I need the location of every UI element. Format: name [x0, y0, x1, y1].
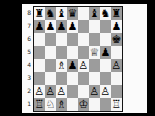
square-h5[interactable]: [111, 46, 122, 59]
black-pawn: ♟: [67, 59, 78, 72]
square-h6[interactable]: ♚: [111, 33, 122, 46]
square-f4[interactable]: [89, 59, 100, 72]
rank-label-8: 8: [24, 6, 33, 19]
rank-label-6: 6: [24, 32, 33, 45]
square-e7[interactable]: [78, 20, 89, 33]
black-king: ♚: [111, 33, 122, 46]
square-b2[interactable]: ♙: [45, 85, 56, 98]
rank-label-3: 3: [24, 71, 33, 84]
square-h8[interactable]: ♜: [111, 7, 122, 20]
white-pawn: ♙: [34, 85, 45, 98]
black-pawn: ♟: [111, 20, 122, 33]
square-c5[interactable]: [56, 46, 67, 59]
rank-label-1: 1: [24, 97, 33, 110]
square-d7[interactable]: ♟: [67, 20, 78, 33]
white-rook: ♖: [111, 98, 122, 111]
square-c2[interactable]: ♙: [56, 85, 67, 98]
square-a3[interactable]: [34, 72, 45, 85]
black-rook: ♜: [34, 7, 45, 20]
square-e8[interactable]: [78, 7, 89, 20]
black-pawn: ♟: [100, 46, 111, 59]
white-pawn: ♙: [89, 85, 100, 98]
square-d8[interactable]: ♛: [67, 7, 78, 20]
square-c7[interactable]: ♟: [56, 20, 67, 33]
black-knight: ♞: [45, 7, 56, 20]
chess-diagram: 8 7 6 5 4 3 2 1 ♜♞♝♛♝♞♜♟♟♟♟♟♚♕♟♗♟♙♙♙♙♙♙♙…: [24, 6, 123, 112]
square-d5[interactable]: [67, 46, 78, 59]
square-g1[interactable]: [100, 98, 111, 111]
black-bishop: ♝: [89, 7, 100, 20]
diagram-panel: 8 7 6 5 4 3 2 1 ♜♞♝♛♝♞♜♟♟♟♟♟♚♕♟♗♟♙♙♙♙♙♙♙…: [22, 4, 147, 113]
square-a2[interactable]: ♙: [34, 85, 45, 98]
white-pawn: ♙: [100, 85, 111, 98]
black-pawn: ♟: [56, 20, 67, 33]
square-g2[interactable]: ♙: [100, 85, 111, 98]
square-d1[interactable]: [67, 98, 78, 111]
square-h7[interactable]: ♟: [111, 20, 122, 33]
square-b4[interactable]: [45, 59, 56, 72]
square-d2[interactable]: [67, 85, 78, 98]
white-pawn: ♙: [45, 85, 56, 98]
square-b6[interactable]: [45, 33, 56, 46]
square-f6[interactable]: [89, 33, 100, 46]
rank-labels-column: 8 7 6 5 4 3 2 1: [24, 6, 33, 112]
white-pawn: ♙: [78, 59, 89, 72]
black-queen: ♛: [67, 7, 78, 20]
square-h4[interactable]: ♙: [111, 59, 122, 72]
square-c4[interactable]: ♗: [56, 59, 67, 72]
white-bishop: ♗: [56, 98, 67, 111]
square-g6[interactable]: [100, 33, 111, 46]
square-a5[interactable]: [34, 46, 45, 59]
square-g8[interactable]: ♞: [100, 7, 111, 20]
square-e6[interactable]: [78, 33, 89, 46]
square-b3[interactable]: [45, 72, 56, 85]
square-a6[interactable]: [34, 33, 45, 46]
square-g3[interactable]: [100, 72, 111, 85]
square-b1[interactable]: ♘: [45, 98, 56, 111]
square-h2[interactable]: [111, 85, 122, 98]
black-pawn: ♟: [67, 20, 78, 33]
square-f5[interactable]: ♕: [89, 46, 100, 59]
white-bishop: ♗: [56, 59, 67, 72]
square-h3[interactable]: [111, 72, 122, 85]
square-a8[interactable]: ♜: [34, 7, 45, 20]
square-c8[interactable]: ♝: [56, 7, 67, 20]
square-c3[interactable]: [56, 72, 67, 85]
white-pawn: ♙: [111, 59, 122, 72]
rank-label-7: 7: [24, 19, 33, 32]
square-e5[interactable]: [78, 46, 89, 59]
rank-label-4: 4: [24, 58, 33, 71]
square-f3[interactable]: [89, 72, 100, 85]
square-d4[interactable]: ♟: [67, 59, 78, 72]
white-knight: ♘: [45, 98, 56, 111]
black-pawn: ♟: [45, 20, 56, 33]
square-a7[interactable]: ♟: [34, 20, 45, 33]
black-knight: ♞: [100, 7, 111, 20]
square-e1[interactable]: ♔: [78, 98, 89, 111]
black-pawn: ♟: [34, 20, 45, 33]
rank-label-5: 5: [24, 45, 33, 58]
square-e4[interactable]: ♙: [78, 59, 89, 72]
white-queen: ♕: [89, 46, 100, 59]
square-g4[interactable]: [100, 59, 111, 72]
square-h1[interactable]: ♖: [111, 98, 122, 111]
square-c1[interactable]: ♗: [56, 98, 67, 111]
square-g7[interactable]: [100, 20, 111, 33]
square-d3[interactable]: [67, 72, 78, 85]
square-b5[interactable]: [45, 46, 56, 59]
square-g5[interactable]: ♟: [100, 46, 111, 59]
white-king: ♔: [78, 98, 89, 111]
square-f2[interactable]: ♙: [89, 85, 100, 98]
white-pawn: ♙: [56, 85, 67, 98]
square-b7[interactable]: ♟: [45, 20, 56, 33]
square-e3[interactable]: [78, 72, 89, 85]
square-a1[interactable]: ♖: [34, 98, 45, 111]
square-f1[interactable]: [89, 98, 100, 111]
square-d6[interactable]: [67, 33, 78, 46]
square-c6[interactable]: [56, 33, 67, 46]
square-e2[interactable]: [78, 85, 89, 98]
square-f8[interactable]: ♝: [89, 7, 100, 20]
chess-board: ♜♞♝♛♝♞♜♟♟♟♟♟♚♕♟♗♟♙♙♙♙♙♙♙♖♘♗♔♖: [33, 6, 123, 112]
square-a4[interactable]: [34, 59, 45, 72]
black-rook: ♜: [111, 7, 122, 20]
black-bishop: ♝: [56, 7, 67, 20]
white-rook: ♖: [34, 98, 45, 111]
square-f7[interactable]: [89, 20, 100, 33]
square-b8[interactable]: ♞: [45, 7, 56, 20]
rank-label-2: 2: [24, 84, 33, 97]
